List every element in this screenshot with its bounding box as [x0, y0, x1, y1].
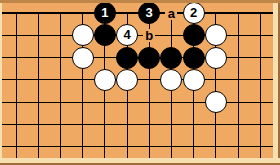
black-stone	[138, 47, 160, 69]
frame-right	[273, 3, 280, 165]
grid-line-vertical	[16, 12, 17, 158]
white-stone	[94, 69, 116, 91]
grid-line-horizontal	[2, 146, 273, 147]
white-stone	[72, 47, 94, 69]
black-stone: 1	[94, 2, 116, 24]
frame-top	[0, 0, 280, 3]
black-stone	[183, 47, 205, 69]
white-stone: 4	[116, 24, 138, 46]
white-stone	[72, 24, 94, 46]
move-number: 4	[123, 27, 130, 42]
white-stone	[183, 69, 205, 91]
white-stone	[205, 91, 227, 113]
grid-line-vertical	[260, 12, 261, 158]
black-stone	[160, 47, 182, 69]
black-stone: 3	[138, 2, 160, 24]
black-stone	[116, 47, 138, 69]
point-label-b: b	[143, 29, 155, 42]
move-number: 2	[190, 5, 197, 20]
frame-left	[0, 3, 2, 165]
black-stone	[183, 24, 205, 46]
white-stone	[116, 69, 138, 91]
white-stone	[160, 69, 182, 91]
go-diagram: 1324ab	[0, 0, 280, 165]
grid-line-horizontal	[2, 102, 273, 103]
white-stone: 2	[183, 2, 205, 24]
point-label-a: a	[165, 7, 177, 20]
move-number: 3	[146, 5, 153, 20]
black-stone	[94, 24, 116, 46]
grid-line-vertical	[238, 12, 239, 158]
move-number: 1	[101, 5, 108, 20]
grid-line-horizontal	[2, 124, 273, 125]
go-board: 1324ab	[0, 0, 280, 165]
grid-line-vertical	[60, 12, 61, 158]
white-stone	[205, 47, 227, 69]
grid-line-vertical	[38, 12, 39, 158]
frame-bottom	[0, 158, 280, 165]
white-stone	[205, 24, 227, 46]
